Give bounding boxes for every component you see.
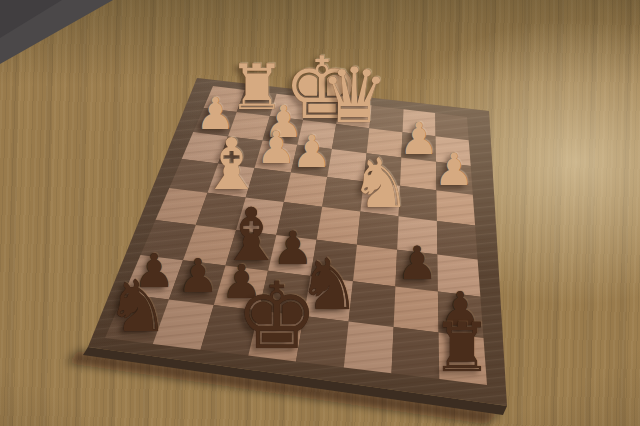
piece-black-pawn-g7[interactable]: ♟ [177,253,219,299]
piece-black-pawn-b6[interactable]: ♟ [396,241,437,287]
piece-white-pawn-a3[interactable]: ♟ [434,148,474,193]
piece-black-king-e8[interactable]: ♚ [235,271,318,363]
piece-white-pawn-e3[interactable]: ♟ [292,131,332,176]
piece-white-bishop-g4[interactable]: ♝ [199,129,263,200]
chess-scene: ♚♛♜♝♞♟♟♟♟♟♟♚♜♝♞♞♟♟♟♟♟♟ [0,0,640,426]
piece-black-knight-h8[interactable]: ♞ [106,270,170,342]
piece-white-queen-d1[interactable]: ♛ [320,58,388,134]
piece-white-knight-c4[interactable]: ♞ [350,150,411,218]
piece-black-rook-a8[interactable]: ♜ [432,314,493,382]
pieces-layer: ♚♛♜♝♞♟♟♟♟♟♟♚♜♝♞♞♟♟♟♟♟♟ [0,0,640,426]
